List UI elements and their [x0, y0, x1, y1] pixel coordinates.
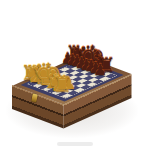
piece-black-rook-h8: ♜ [97, 56, 117, 76]
piece-white-bishop-c1: ♝ [27, 62, 52, 87]
piece-white-knight-b1: ♞ [23, 63, 45, 85]
piece-white-pawn-g2: ♟ [56, 74, 72, 90]
watermark-smudge [57, 142, 93, 146]
piece-black-king-e8: ♚ [78, 43, 106, 71]
piece-black-pawn-c7: ♟ [69, 54, 84, 69]
piece-black-pawn-h7: ♟ [93, 63, 109, 79]
piece-white-pawn-h2: ♟ [61, 76, 77, 92]
piece-white-queen-d1: ♛ [30, 61, 59, 90]
piece-black-knight-g8: ♞ [91, 52, 113, 74]
pieces-layer: ♜♞♝♛♚♝♞♜♟♟♟♟♟♟♟♟♟♟♟♟♟♟♟♟♜♞♝♛♚♝♞♜ [0, 0, 150, 150]
piece-black-queen-d8: ♛ [75, 43, 101, 69]
piece-black-pawn-b7: ♟ [65, 53, 80, 68]
piece-white-rook-a1: ♜ [20, 63, 40, 83]
piece-white-pawn-d2: ♟ [42, 69, 58, 85]
piece-white-rook-h1: ♜ [52, 74, 73, 95]
piece-white-knight-g1: ♞ [46, 71, 69, 94]
piece-black-bishop-c8: ♝ [72, 44, 95, 67]
piece-black-pawn-e7: ♟ [79, 58, 94, 73]
piece-black-pawn-g7: ♟ [88, 61, 103, 76]
chess-set-photo: ♜♞♝♛♚♝♞♜♟♟♟♟♟♟♟♟♟♟♟♟♟♟♟♟♜♞♝♛♚♝♞♜ [0, 0, 150, 150]
piece-white-pawn-c2: ♟ [38, 68, 54, 84]
piece-white-pawn-a2: ♟ [28, 64, 44, 80]
piece-white-king-e1: ♚ [33, 60, 64, 91]
piece-black-pawn-d7: ♟ [74, 56, 89, 71]
piece-white-pawn-b2: ♟ [33, 66, 49, 82]
piece-white-bishop-f1: ♝ [41, 67, 66, 92]
piece-black-knight-b8: ♞ [68, 44, 89, 65]
piece-black-rook-a8: ♜ [64, 44, 83, 63]
piece-black-pawn-f7: ♟ [83, 59, 98, 74]
piece-black-pawn-a7: ♟ [60, 51, 75, 66]
piece-black-bishop-f8: ♝ [86, 49, 109, 72]
piece-white-pawn-e2: ♟ [47, 71, 63, 87]
piece-white-pawn-f2: ♟ [51, 73, 67, 89]
